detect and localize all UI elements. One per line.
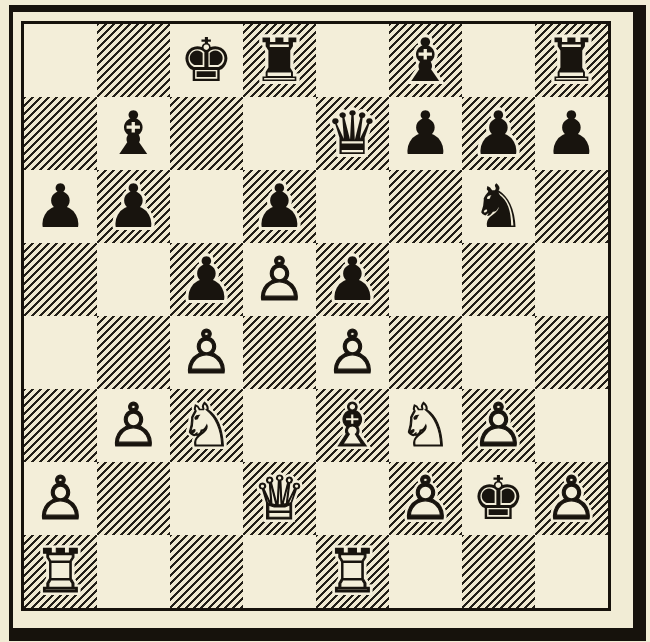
square-h6[interactable] (535, 170, 608, 243)
square-c2[interactable] (170, 462, 243, 535)
square-e6[interactable] (316, 170, 389, 243)
black-rook-icon: ♜ (243, 24, 316, 97)
square-g7[interactable]: ♟♟ (462, 97, 535, 170)
black-knight-icon: ♞ (462, 170, 535, 243)
black-pawn-icon: ♟ (170, 243, 243, 316)
white-rook-piece[interactable]: ♜♖ (24, 535, 97, 608)
square-e4[interactable]: ♟♙ (316, 316, 389, 389)
square-f2[interactable]: ♟♙ (389, 462, 462, 535)
black-pawn-piece[interactable]: ♟♟ (462, 97, 535, 170)
black-rook-piece[interactable]: ♜♜ (535, 24, 608, 97)
square-g1[interactable] (462, 535, 535, 608)
white-pawn-piece[interactable]: ♟♙ (24, 462, 97, 535)
black-bishop-icon: ♝ (97, 97, 170, 170)
square-h7[interactable]: ♟♟ (535, 97, 608, 170)
white-pawn-icon: ♙ (316, 316, 389, 389)
white-knight-piece[interactable]: ♞♘ (389, 389, 462, 462)
square-a5[interactable] (24, 243, 97, 316)
white-bishop-icon: ♗ (316, 389, 389, 462)
black-queen-icon: ♛ (316, 97, 389, 170)
square-d1[interactable] (243, 535, 316, 608)
white-queen-icon: ♕ (243, 462, 316, 535)
white-bishop-piece[interactable]: ♝♗ (316, 389, 389, 462)
black-king-icon: ♚ (462, 462, 535, 535)
square-c4[interactable]: ♟♙ (170, 316, 243, 389)
square-g2[interactable]: ♚♚ (462, 462, 535, 535)
white-rook-icon: ♖ (316, 535, 389, 608)
black-rook-icon: ♜ (535, 24, 608, 97)
square-h2[interactable]: ♟♙ (535, 462, 608, 535)
black-pawn-icon: ♟ (97, 170, 170, 243)
black-bishop-piece[interactable]: ♝♝ (389, 24, 462, 97)
square-e2[interactable] (316, 462, 389, 535)
square-c7[interactable] (170, 97, 243, 170)
black-pawn-piece[interactable]: ♟♟ (316, 243, 389, 316)
square-f8[interactable]: ♝♝ (389, 24, 462, 97)
white-knight-icon: ♘ (389, 389, 462, 462)
black-pawn-piece[interactable]: ♟♟ (389, 97, 462, 170)
black-knight-piece[interactable]: ♞♞ (462, 170, 535, 243)
square-c1[interactable] (170, 535, 243, 608)
square-f5[interactable] (389, 243, 462, 316)
square-a3[interactable] (24, 389, 97, 462)
square-g5[interactable] (462, 243, 535, 316)
square-h8[interactable]: ♜♜ (535, 24, 608, 97)
square-e3[interactable]: ♝♗ (316, 389, 389, 462)
white-pawn-piece[interactable]: ♟♙ (170, 316, 243, 389)
black-bishop-piece[interactable]: ♝♝ (97, 97, 170, 170)
black-pawn-piece[interactable]: ♟♟ (535, 97, 608, 170)
white-queen-piece[interactable]: ♛♕ (243, 462, 316, 535)
black-king-piece[interactable]: ♚♚ (170, 24, 243, 97)
square-g4[interactable] (462, 316, 535, 389)
square-d2[interactable]: ♛♕ (243, 462, 316, 535)
square-b5[interactable] (97, 243, 170, 316)
white-pawn-piece[interactable]: ♟♙ (243, 243, 316, 316)
black-pawn-icon: ♟ (462, 97, 535, 170)
square-c8[interactable]: ♚♚ (170, 24, 243, 97)
square-d8[interactable]: ♜♜ (243, 24, 316, 97)
black-king-icon: ♚ (170, 24, 243, 97)
black-pawn-piece[interactable]: ♟♟ (170, 243, 243, 316)
square-c3[interactable]: ♞♘ (170, 389, 243, 462)
square-b7[interactable]: ♝♝ (97, 97, 170, 170)
black-king-piece[interactable]: ♚♚ (462, 462, 535, 535)
black-rook-piece[interactable]: ♜♜ (243, 24, 316, 97)
square-b4[interactable] (97, 316, 170, 389)
square-d3[interactable] (243, 389, 316, 462)
white-knight-piece[interactable]: ♞♘ (170, 389, 243, 462)
white-pawn-piece[interactable]: ♟♙ (97, 389, 170, 462)
black-pawn-piece[interactable]: ♟♟ (24, 170, 97, 243)
square-f3[interactable]: ♞♘ (389, 389, 462, 462)
white-pawn-piece[interactable]: ♟♙ (535, 462, 608, 535)
white-pawn-icon: ♙ (462, 389, 535, 462)
black-pawn-icon: ♟ (24, 170, 97, 243)
square-d5[interactable]: ♟♙ (243, 243, 316, 316)
square-a7[interactable] (24, 97, 97, 170)
white-pawn-icon: ♙ (97, 389, 170, 462)
square-d7[interactable] (243, 97, 316, 170)
square-f6[interactable] (389, 170, 462, 243)
black-pawn-icon: ♟ (316, 243, 389, 316)
square-g8[interactable] (462, 24, 535, 97)
chess-board: ♚♚♜♜♝♝♜♜♝♝♛♛♟♟♟♟♟♟♟♟♟♟♟♟♞♞♟♟♟♙♟♟♟♙♟♙♟♙♞♘… (24, 24, 608, 608)
square-d6[interactable]: ♟♟ (243, 170, 316, 243)
black-pawn-icon: ♟ (243, 170, 316, 243)
square-a2[interactable]: ♟♙ (24, 462, 97, 535)
black-bishop-icon: ♝ (389, 24, 462, 97)
white-rook-piece[interactable]: ♜♖ (316, 535, 389, 608)
square-f7[interactable]: ♟♟ (389, 97, 462, 170)
white-pawn-icon: ♙ (24, 462, 97, 535)
square-e7[interactable]: ♛♛ (316, 97, 389, 170)
black-pawn-icon: ♟ (535, 97, 608, 170)
square-h1[interactable] (535, 535, 608, 608)
square-b3[interactable]: ♟♙ (97, 389, 170, 462)
square-a1[interactable]: ♜♖ (24, 535, 97, 608)
board-border: ♚♚♜♜♝♝♜♜♝♝♛♛♟♟♟♟♟♟♟♟♟♟♟♟♞♞♟♟♟♙♟♟♟♙♟♙♟♙♞♘… (21, 21, 611, 611)
square-g3[interactable]: ♟♙ (462, 389, 535, 462)
square-f1[interactable] (389, 535, 462, 608)
book-page: ♚♚♜♜♝♝♜♜♝♝♛♛♟♟♟♟♟♟♟♟♟♟♟♟♞♞♟♟♟♙♟♟♟♙♟♙♟♙♞♘… (0, 0, 650, 642)
white-pawn-piece[interactable]: ♟♙ (389, 462, 462, 535)
board-frame: ♚♚♜♜♝♝♜♜♝♝♛♛♟♟♟♟♟♟♟♟♟♟♟♟♞♞♟♟♟♙♟♟♟♙♟♙♟♙♞♘… (9, 5, 646, 641)
square-h4[interactable] (535, 316, 608, 389)
square-h3[interactable] (535, 389, 608, 462)
square-e5[interactable]: ♟♟ (316, 243, 389, 316)
white-pawn-icon: ♙ (170, 316, 243, 389)
square-a4[interactable] (24, 316, 97, 389)
square-f4[interactable] (389, 316, 462, 389)
square-e1[interactable]: ♜♖ (316, 535, 389, 608)
white-rook-icon: ♖ (24, 535, 97, 608)
white-pawn-icon: ♙ (535, 462, 608, 535)
square-d4[interactable] (243, 316, 316, 389)
white-pawn-piece[interactable]: ♟♙ (316, 316, 389, 389)
black-pawn-piece[interactable]: ♟♟ (243, 170, 316, 243)
black-queen-piece[interactable]: ♛♛ (316, 97, 389, 170)
square-a6[interactable]: ♟♟ (24, 170, 97, 243)
square-b2[interactable] (97, 462, 170, 535)
black-pawn-icon: ♟ (389, 97, 462, 170)
square-h5[interactable] (535, 243, 608, 316)
white-pawn-icon: ♙ (389, 462, 462, 535)
square-b8[interactable] (97, 24, 170, 97)
square-b6[interactable]: ♟♟ (97, 170, 170, 243)
square-e8[interactable] (316, 24, 389, 97)
square-b1[interactable] (97, 535, 170, 608)
square-c6[interactable] (170, 170, 243, 243)
white-knight-icon: ♘ (170, 389, 243, 462)
square-g6[interactable]: ♞♞ (462, 170, 535, 243)
white-pawn-piece[interactable]: ♟♙ (462, 389, 535, 462)
white-pawn-icon: ♙ (243, 243, 316, 316)
black-pawn-piece[interactable]: ♟♟ (97, 170, 170, 243)
square-a8[interactable] (24, 24, 97, 97)
square-c5[interactable]: ♟♟ (170, 243, 243, 316)
